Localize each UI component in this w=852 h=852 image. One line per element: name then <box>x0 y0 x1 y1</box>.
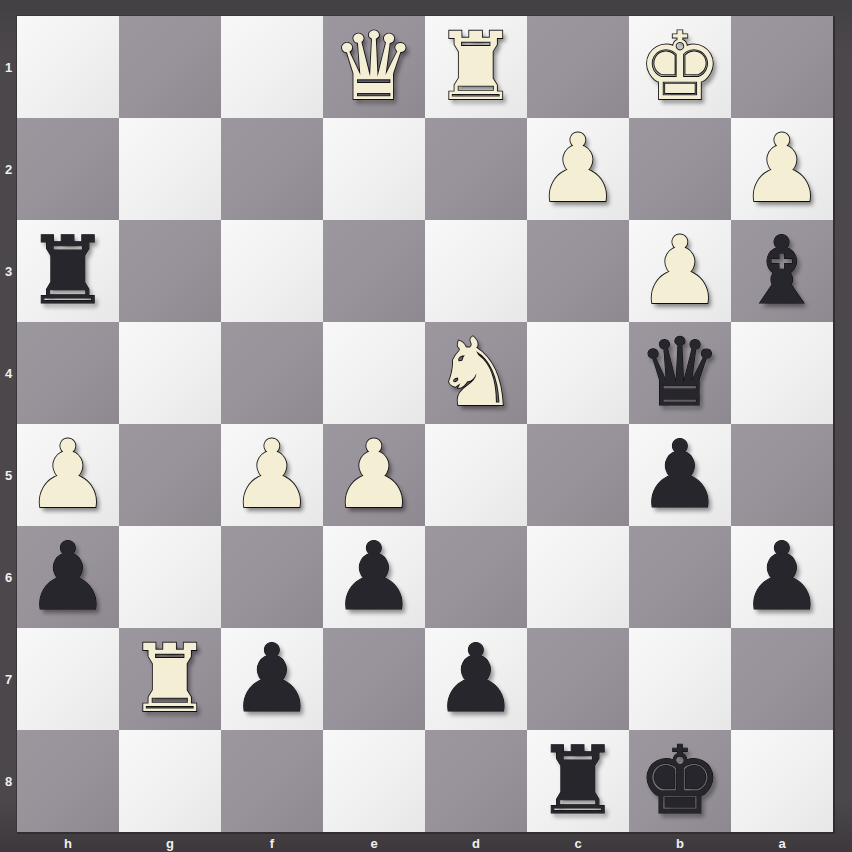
square-f6[interactable] <box>221 526 323 628</box>
white-rook-piece: ♜ <box>434 16 518 118</box>
square-g3[interactable] <box>119 220 221 322</box>
white-pawn-piece: ♟ <box>638 220 722 322</box>
square-d7[interactable]: ♟ <box>425 628 527 730</box>
black-pawn-piece: ♟ <box>230 628 314 730</box>
square-a4[interactable] <box>731 322 833 424</box>
square-d4[interactable]: ♞ <box>425 322 527 424</box>
file-label-h: h <box>17 834 119 852</box>
square-f4[interactable] <box>221 322 323 424</box>
rank-label-7: 7 <box>0 628 17 730</box>
white-queen-piece: ♛ <box>332 16 416 118</box>
white-pawn-piece: ♟ <box>740 118 824 220</box>
square-a6[interactable]: ♟ <box>731 526 833 628</box>
file-labels: hgfedcba <box>17 834 833 852</box>
square-e6[interactable]: ♟ <box>323 526 425 628</box>
square-h3[interactable]: ♜ <box>17 220 119 322</box>
square-c2[interactable]: ♟ <box>527 118 629 220</box>
rank-label-1: 1 <box>0 16 17 118</box>
square-b8[interactable]: ♚ <box>629 730 731 832</box>
square-h7[interactable] <box>17 628 119 730</box>
square-e5[interactable]: ♟ <box>323 424 425 526</box>
board-frame: 12345678 ♛♜♚♟♟♜♟♝♞♛♟♟♟♟♟♟♟♜♟♟♜♚ hgfedcba <box>0 0 852 852</box>
square-c7[interactable] <box>527 628 629 730</box>
square-a1[interactable] <box>731 16 833 118</box>
file-label-a: a <box>731 834 833 852</box>
black-rook-piece: ♜ <box>26 220 110 322</box>
square-g6[interactable] <box>119 526 221 628</box>
black-king-piece: ♚ <box>638 730 722 832</box>
square-a7[interactable] <box>731 628 833 730</box>
white-king-piece: ♚ <box>638 16 722 118</box>
square-e7[interactable] <box>323 628 425 730</box>
square-a8[interactable] <box>731 730 833 832</box>
file-label-d: d <box>425 834 527 852</box>
chess-board: ♛♜♚♟♟♜♟♝♞♛♟♟♟♟♟♟♟♜♟♟♜♚ <box>17 16 833 832</box>
square-a5[interactable] <box>731 424 833 526</box>
black-pawn-piece: ♟ <box>434 628 518 730</box>
rank-label-4: 4 <box>0 322 17 424</box>
rank-label-2: 2 <box>0 118 17 220</box>
file-label-g: g <box>119 834 221 852</box>
square-h8[interactable] <box>17 730 119 832</box>
square-h4[interactable] <box>17 322 119 424</box>
black-pawn-piece: ♟ <box>740 526 824 628</box>
square-f8[interactable] <box>221 730 323 832</box>
file-label-f: f <box>221 834 323 852</box>
black-pawn-piece: ♟ <box>638 424 722 526</box>
square-b5[interactable]: ♟ <box>629 424 731 526</box>
square-g5[interactable] <box>119 424 221 526</box>
square-c5[interactable] <box>527 424 629 526</box>
square-c8[interactable]: ♜ <box>527 730 629 832</box>
square-g2[interactable] <box>119 118 221 220</box>
white-rook-piece: ♜ <box>128 628 212 730</box>
square-b7[interactable] <box>629 628 731 730</box>
rank-label-8: 8 <box>0 730 17 832</box>
black-bishop-piece: ♝ <box>740 220 824 322</box>
square-d5[interactable] <box>425 424 527 526</box>
square-b3[interactable]: ♟ <box>629 220 731 322</box>
square-b6[interactable] <box>629 526 731 628</box>
square-b1[interactable]: ♚ <box>629 16 731 118</box>
square-a3[interactable]: ♝ <box>731 220 833 322</box>
square-g8[interactable] <box>119 730 221 832</box>
square-c6[interactable] <box>527 526 629 628</box>
square-d8[interactable] <box>425 730 527 832</box>
square-g1[interactable] <box>119 16 221 118</box>
square-b4[interactable]: ♛ <box>629 322 731 424</box>
square-h1[interactable] <box>17 16 119 118</box>
square-b2[interactable] <box>629 118 731 220</box>
square-c1[interactable] <box>527 16 629 118</box>
square-e3[interactable] <box>323 220 425 322</box>
rank-labels: 12345678 <box>0 16 17 832</box>
square-e1[interactable]: ♛ <box>323 16 425 118</box>
rank-label-3: 3 <box>0 220 17 322</box>
white-knight-piece: ♞ <box>434 322 518 424</box>
square-e2[interactable] <box>323 118 425 220</box>
file-label-b: b <box>629 834 731 852</box>
square-g4[interactable] <box>119 322 221 424</box>
black-queen-piece: ♛ <box>638 322 722 424</box>
square-d1[interactable]: ♜ <box>425 16 527 118</box>
square-d2[interactable] <box>425 118 527 220</box>
square-f1[interactable] <box>221 16 323 118</box>
square-f7[interactable]: ♟ <box>221 628 323 730</box>
square-h6[interactable]: ♟ <box>17 526 119 628</box>
white-pawn-piece: ♟ <box>26 424 110 526</box>
square-d6[interactable] <box>425 526 527 628</box>
file-label-e: e <box>323 834 425 852</box>
square-f3[interactable] <box>221 220 323 322</box>
white-pawn-piece: ♟ <box>230 424 314 526</box>
square-f2[interactable] <box>221 118 323 220</box>
square-c3[interactable] <box>527 220 629 322</box>
square-e4[interactable] <box>323 322 425 424</box>
square-h5[interactable]: ♟ <box>17 424 119 526</box>
square-h2[interactable] <box>17 118 119 220</box>
white-pawn-piece: ♟ <box>332 424 416 526</box>
square-g7[interactable]: ♜ <box>119 628 221 730</box>
black-rook-piece: ♜ <box>536 730 620 832</box>
white-pawn-piece: ♟ <box>536 118 620 220</box>
square-a2[interactable]: ♟ <box>731 118 833 220</box>
square-f5[interactable]: ♟ <box>221 424 323 526</box>
square-c4[interactable] <box>527 322 629 424</box>
file-label-c: c <box>527 834 629 852</box>
rank-label-6: 6 <box>0 526 17 628</box>
black-pawn-piece: ♟ <box>332 526 416 628</box>
black-pawn-piece: ♟ <box>26 526 110 628</box>
square-e8[interactable] <box>323 730 425 832</box>
rank-label-5: 5 <box>0 424 17 526</box>
square-d3[interactable] <box>425 220 527 322</box>
